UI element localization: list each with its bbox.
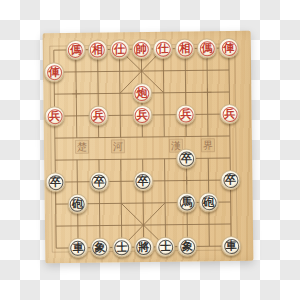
piece-character: 士 [160, 241, 171, 252]
palace-diagonals [119, 49, 165, 248]
piece-black-chariot[interactable]: 車 [221, 236, 241, 256]
piece-red-soldier[interactable]: 兵 [88, 105, 108, 125]
piece-black-soldier[interactable]: 卒 [220, 170, 240, 190]
piece-red-advisor[interactable]: 仕 [109, 39, 129, 59]
river-stamp-jie: 界 [203, 140, 213, 151]
piece-character: 象 [94, 242, 105, 253]
piece-character: 將 [138, 241, 149, 252]
piece-character: 俥 [223, 42, 234, 53]
piece-character: 兵 [49, 110, 60, 121]
piece-character: 砲 [72, 198, 83, 209]
piece-character: 馬 [181, 196, 192, 207]
piece-black-chariot[interactable]: 車 [68, 238, 88, 258]
piece-character: 車 [226, 240, 237, 251]
piece-character: 兵 [93, 110, 104, 121]
piece-character: 炮 [136, 87, 147, 98]
piece-character: 兵 [224, 108, 235, 119]
piece-character: 卒 [181, 152, 192, 163]
river-stamp-he: 河 [113, 141, 123, 152]
piece-character: 帥 [136, 43, 147, 54]
piece-red-cannon[interactable]: 炮 [132, 83, 152, 103]
piece-red-soldier[interactable]: 兵 [132, 105, 152, 125]
piece-character: 相 [92, 44, 103, 55]
piece-character: 卒 [50, 176, 61, 187]
piece-red-soldier[interactable]: 兵 [44, 106, 64, 126]
piece-black-elephant[interactable]: 象 [90, 237, 110, 257]
piece-black-soldier[interactable]: 卒 [45, 172, 65, 192]
piece-red-chariot[interactable]: 俥 [219, 38, 239, 58]
piece-red-chariot[interactable]: 俥 [44, 62, 64, 82]
board-grid: 楚 河 漢 界 [43, 31, 254, 264]
piece-character: 仕 [114, 43, 125, 54]
piece-character: 仕 [158, 43, 169, 54]
piece-character: 相 [179, 42, 190, 53]
piece-character: 象 [182, 240, 193, 251]
piece-red-elephant[interactable]: 相 [87, 39, 107, 59]
xiangqi-board[interactable]: 楚 河 漢 界 傌相仕帥仕相傌俥俥炮兵兵兵兵兵卒卒卒卒卒砲馬砲車象士將士象車 [43, 31, 254, 264]
piece-character: 傌 [70, 44, 81, 55]
piece-black-soldier[interactable]: 卒 [89, 171, 109, 191]
piece-black-soldier[interactable]: 卒 [133, 171, 153, 191]
piece-black-cannon[interactable]: 砲 [67, 194, 87, 214]
piece-red-horse[interactable]: 傌 [66, 40, 86, 60]
piece-red-general[interactable]: 帥 [131, 39, 151, 59]
piece-character: 卒 [94, 176, 105, 187]
piece-black-advisor[interactable]: 士 [112, 237, 132, 257]
piece-character: 砲 [203, 196, 214, 207]
piece-character: 卒 [225, 174, 236, 185]
piece-character: 兵 [180, 108, 191, 119]
piece-character: 俥 [49, 66, 60, 77]
piece-character: 卒 [137, 175, 148, 186]
piece-character: 車 [73, 242, 84, 253]
transparency-checker-background: 楚 河 漢 界 傌相仕帥仕相傌俥俥炮兵兵兵兵兵卒卒卒卒卒砲馬砲車象士將士象車 [0, 0, 300, 300]
river-stamp-chu: 楚 [77, 141, 87, 152]
piece-red-soldier[interactable]: 兵 [219, 104, 239, 124]
piece-character: 兵 [137, 109, 148, 120]
piece-character: 傌 [201, 42, 212, 53]
piece-black-general[interactable]: 將 [134, 237, 154, 257]
piece-character: 士 [116, 241, 127, 252]
